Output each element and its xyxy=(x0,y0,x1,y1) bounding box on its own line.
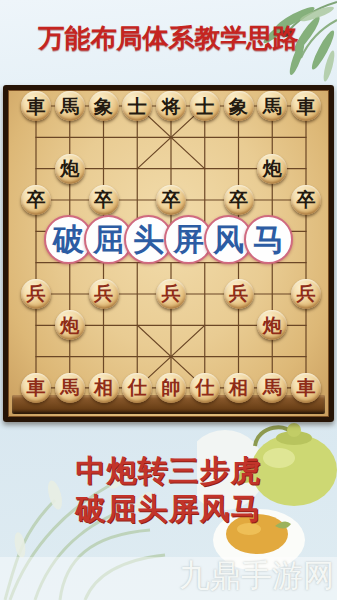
piece-red-車[interactable]: 車 xyxy=(21,373,51,403)
piece-black-炮[interactable]: 炮 xyxy=(55,154,85,184)
piece-black-車[interactable]: 車 xyxy=(21,91,51,121)
piece-black-馬[interactable]: 馬 xyxy=(55,91,85,121)
piece-red-帥[interactable]: 帥 xyxy=(156,373,186,403)
piece-red-兵[interactable]: 兵 xyxy=(156,279,186,309)
page-title: 万能布局体系教学思路 xyxy=(0,21,337,56)
piece-red-炮[interactable]: 炮 xyxy=(55,310,85,340)
piece-red-兵[interactable]: 兵 xyxy=(291,279,321,309)
piece-red-兵[interactable]: 兵 xyxy=(224,279,254,309)
piece-black-将[interactable]: 将 xyxy=(156,91,186,121)
piece-black-卒[interactable]: 卒 xyxy=(89,185,119,215)
piece-black-卒[interactable]: 卒 xyxy=(224,185,254,215)
piece-black-卒[interactable]: 卒 xyxy=(156,185,186,215)
piece-black-卒[interactable]: 卒 xyxy=(21,185,51,215)
piece-red-仕[interactable]: 仕 xyxy=(190,373,220,403)
piece-black-象[interactable]: 象 xyxy=(224,91,254,121)
overlay-char: 马 xyxy=(244,215,293,264)
piece-black-士[interactable]: 士 xyxy=(190,91,220,121)
caption-line2: 破屈头屏风马 xyxy=(0,489,337,530)
caption-line1: 中炮转三步虎 xyxy=(0,451,337,492)
piece-black-車[interactable]: 車 xyxy=(291,91,321,121)
piece-black-炮[interactable]: 炮 xyxy=(257,154,287,184)
piece-black-象[interactable]: 象 xyxy=(89,91,119,121)
piece-black-卒[interactable]: 卒 xyxy=(291,185,321,215)
page-background: 万能布局体系教学思路 車馬象士将士象馬車炮炮卒卒卒卒卒兵兵兵兵兵炮炮車馬相仕帥仕… xyxy=(0,0,337,600)
piece-red-相[interactable]: 相 xyxy=(224,373,254,403)
opening-name-overlay: 破屈头屏风马 xyxy=(0,215,337,264)
piece-red-兵[interactable]: 兵 xyxy=(21,279,51,309)
watermark: 九鼎手游网 xyxy=(179,555,334,597)
piece-red-兵[interactable]: 兵 xyxy=(89,279,119,309)
piece-red-車[interactable]: 車 xyxy=(291,373,321,403)
piece-red-馬[interactable]: 馬 xyxy=(55,373,85,403)
piece-red-相[interactable]: 相 xyxy=(89,373,119,403)
